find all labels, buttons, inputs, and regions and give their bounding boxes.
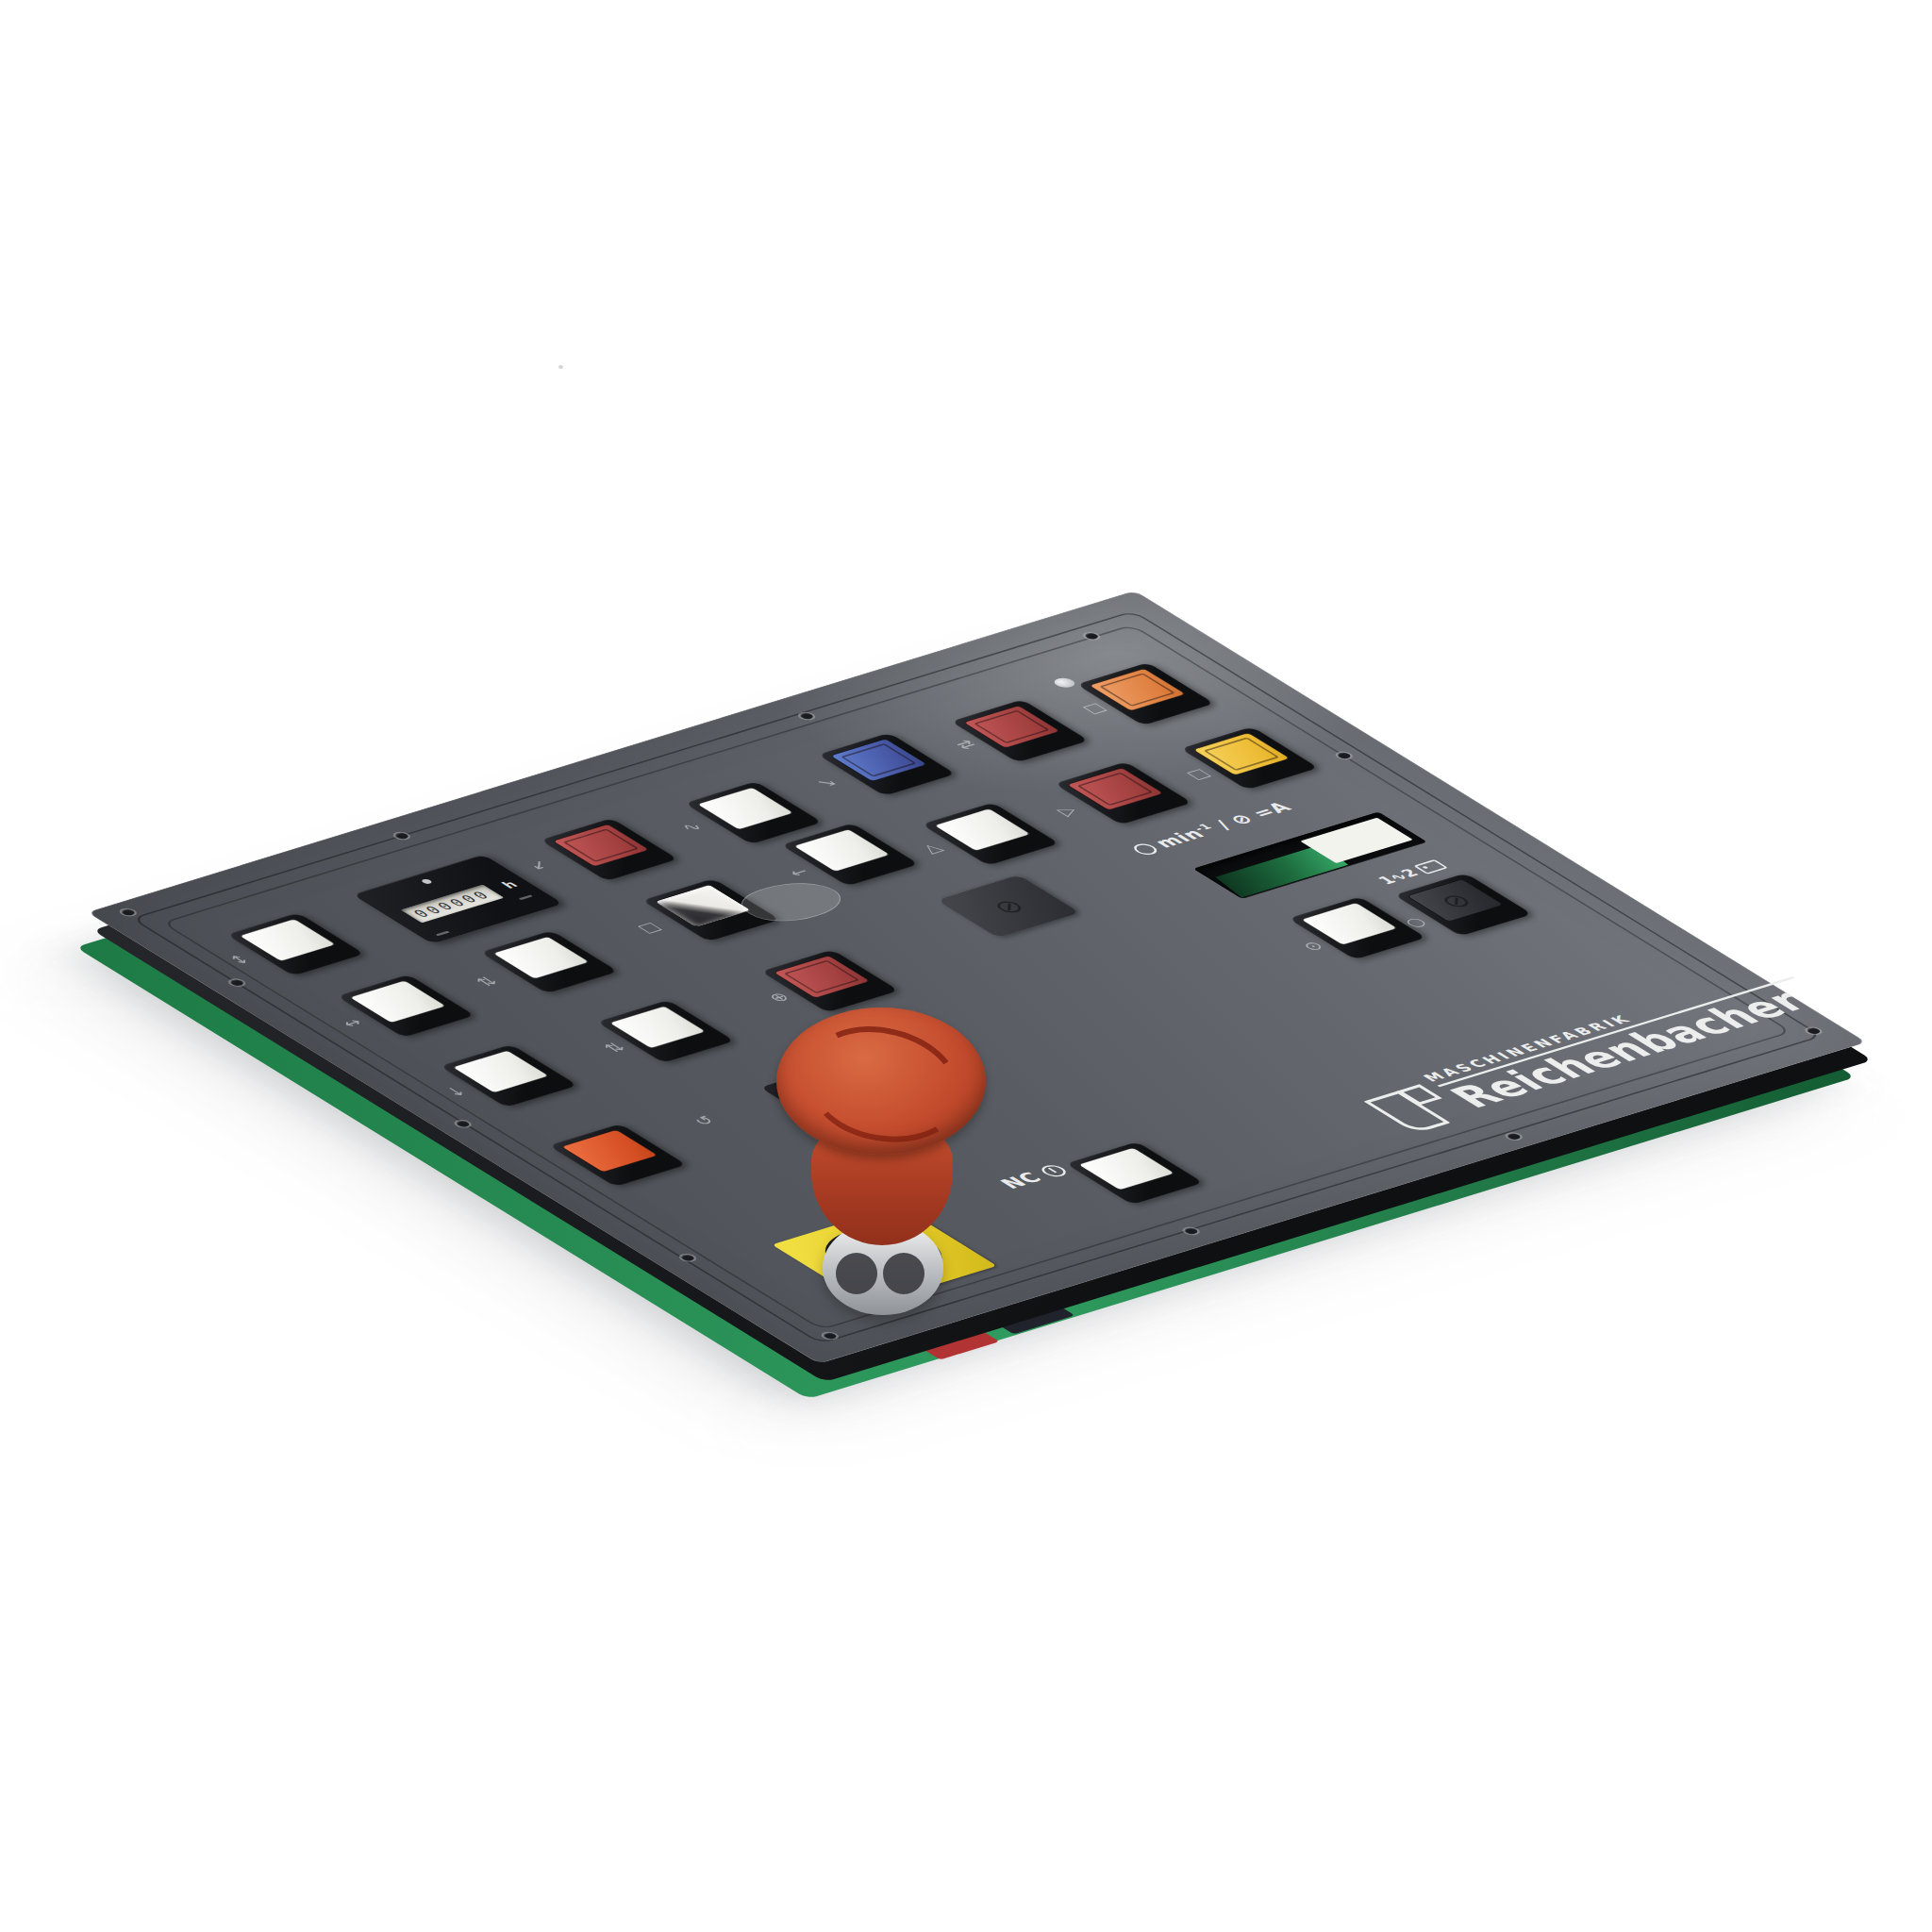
counter-fineprint-left	[436, 931, 451, 937]
button-white-6[interactable]	[922, 803, 1060, 866]
counter-unit: h	[498, 878, 522, 891]
function-pictogram-8: ⇅	[472, 974, 501, 989]
function-pictogram-6: □	[1078, 701, 1109, 715]
white-button-cap	[792, 828, 891, 872]
function-pictogram-16: ⊕	[764, 991, 793, 1005]
hour-counter: 000000 h	[353, 855, 563, 944]
cap-frame	[784, 960, 860, 993]
white-button-cap	[608, 1006, 707, 1049]
red-button-cap	[773, 956, 871, 999]
button-white-1[interactable]	[226, 913, 365, 976]
counter-fineprint-right	[518, 894, 533, 900]
function-pictogram-10: ←	[784, 865, 813, 879]
button-taped-1[interactable]	[641, 878, 780, 941]
nc-label: NC	[995, 1162, 1072, 1192]
function-pictogram-13: □	[1182, 767, 1213, 781]
screw-hole-6	[228, 978, 246, 986]
red-button-cap	[552, 824, 650, 867]
screw-hole-1	[119, 908, 137, 916]
button-red-1[interactable]	[540, 818, 678, 881]
white-button-cap	[933, 808, 1031, 852]
counter-logo-dot	[420, 878, 433, 885]
function-pictogram-15: ⇅	[600, 1041, 629, 1055]
button-white-2[interactable]	[684, 781, 823, 844]
button-red-2[interactable]	[951, 699, 1090, 762]
function-pictogram-4: ↘	[811, 775, 841, 790]
dust-speck	[558, 365, 563, 369]
white-button-cap	[349, 980, 447, 1024]
function-pictogram-11: △	[917, 841, 945, 855]
tape-patch	[727, 874, 857, 929]
counter-digits: 000000	[408, 888, 495, 919]
counter-window: 000000	[401, 885, 504, 924]
key-icon	[1413, 859, 1448, 874]
blue-button-cap	[829, 739, 927, 782]
function-pictogram-1: ↕	[225, 953, 254, 967]
yellow-button-cap	[1192, 732, 1291, 775]
function-pictogram-5: ⇄	[951, 738, 980, 752]
dark-button-cap: ⊘	[1406, 879, 1504, 923]
screw-hole-2	[392, 832, 410, 840]
screw-hole-11	[1505, 1132, 1523, 1140]
orange-button-cap	[1089, 668, 1187, 711]
screw-hole-10	[1182, 1227, 1200, 1235]
emergency-stop-button[interactable]	[774, 1008, 991, 1319]
red-button-cap	[1066, 767, 1164, 810]
red-button-cap	[962, 705, 1060, 748]
white-button-cap	[1300, 902, 1398, 945]
rotation-icon	[1129, 841, 1161, 857]
cap-frame	[1077, 773, 1154, 806]
button-white-nc[interactable]	[1065, 1141, 1204, 1205]
screw-hole-3	[798, 712, 816, 720]
taped-button-cap	[654, 884, 752, 927]
cap-frame	[563, 828, 640, 861]
screw-hole-12	[1805, 1027, 1823, 1035]
embossed-symbol: ⊘	[936, 874, 1080, 938]
function-pictogram-3: ∿	[676, 820, 706, 834]
function-pictogram-18: ⊙	[1298, 939, 1327, 953]
function-pictogram-9: □	[633, 920, 664, 934]
function-pictogram-12: ▷	[1053, 804, 1081, 817]
white-button-cap	[1077, 1147, 1175, 1191]
function-pictogram-2: ↙	[524, 858, 553, 873]
function-pictogram-14: ↓	[441, 1085, 471, 1099]
button-orangered-1[interactable]	[548, 1124, 687, 1187]
cap-frame	[841, 743, 917, 776]
cap-frame	[974, 710, 1050, 743]
screw-hole-8	[679, 1254, 697, 1261]
button-blank-1[interactable]: ⊘	[936, 874, 1080, 938]
white-button-cap	[239, 919, 337, 962]
screw-hole-9	[821, 1332, 839, 1340]
cap-frame	[1099, 673, 1175, 706]
orangered-button-cap	[560, 1129, 658, 1173]
screw-hole-7	[454, 1120, 472, 1127]
white-button-cap	[491, 936, 590, 979]
white-button-cap	[452, 1050, 550, 1093]
power-icon	[1036, 1163, 1070, 1178]
screw-hole-5	[1335, 752, 1353, 759]
embossed-symbol: ⊘	[1407, 879, 1503, 921]
indicator-lamp	[1050, 676, 1078, 690]
white-button-cap	[696, 787, 794, 830]
screw-hole-4	[1083, 632, 1101, 640]
cap-frame	[1204, 738, 1280, 771]
function-pictogram-17: ↺	[690, 1114, 719, 1128]
product-photo-scene: 000000 h min-1 / ⊘ =A 1∿2 NC	[0, 0, 1932, 1932]
button-orange-1[interactable]	[1076, 662, 1215, 725]
function-pictogram-7: ↔	[338, 1016, 367, 1030]
